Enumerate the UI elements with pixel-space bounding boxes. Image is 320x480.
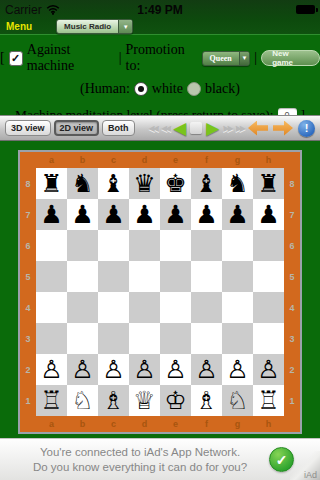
rank-label-8: 8 [20, 168, 36, 199]
ad-line-1: You're connected to iAd's App Network. [0, 445, 280, 460]
square-d3[interactable] [129, 323, 160, 354]
square-c8[interactable]: ♝ [98, 168, 129, 199]
square-e6[interactable] [160, 230, 191, 261]
square-e1[interactable]: ♔ [160, 385, 191, 416]
file-label-e: e [160, 152, 191, 168]
square-f5[interactable] [191, 261, 222, 292]
square-d4[interactable] [129, 292, 160, 323]
settings-panel: [ ✓ Against machine | Promotion to: Quee… [0, 38, 320, 123]
square-f3[interactable] [191, 323, 222, 354]
square-b3[interactable] [67, 323, 98, 354]
status-bar: Carrier 1:49 PM [0, 0, 320, 19]
black-radio[interactable] [187, 82, 201, 96]
square-c1[interactable]: ♗ [98, 385, 129, 416]
square-a3[interactable] [36, 323, 67, 354]
square-h8[interactable]: ♜ [253, 168, 284, 199]
square-d8[interactable]: ♛ [129, 168, 160, 199]
step-forward-icon[interactable]: ▶ [206, 120, 219, 137]
file-label-c: c [98, 152, 129, 168]
square-e3[interactable] [160, 323, 191, 354]
rank-label-3: 3 [284, 323, 300, 354]
square-h2[interactable]: ♙ [253, 354, 284, 385]
square-h5[interactable] [253, 261, 284, 292]
file-label-d: d [129, 416, 160, 432]
black-label: black [205, 81, 235, 97]
square-h1[interactable]: ♖ [253, 385, 284, 416]
iad-logo: iAd [304, 470, 317, 480]
square-g2[interactable]: ♙ [222, 354, 253, 385]
square-b7[interactable]: ♟ [67, 199, 98, 230]
file-label-a: a [36, 416, 67, 432]
undo-arrow-icon[interactable] [248, 121, 268, 136]
check-icon: ✓ [11, 53, 20, 64]
square-f7[interactable]: ♟ [191, 199, 222, 230]
square-h4[interactable] [253, 292, 284, 323]
white-radio[interactable] [134, 82, 148, 96]
square-g4[interactable] [222, 292, 253, 323]
file-label-h: h [253, 152, 284, 168]
black-label-group: black) [205, 81, 240, 97]
square-g7[interactable]: ♟ [222, 199, 253, 230]
machine-settings-row: [ ✓ Against machine | Promotion to: Quee… [0, 42, 320, 74]
square-a1[interactable]: ♖ [36, 385, 67, 416]
board-frame-corner [20, 152, 36, 168]
rank-label-7: 7 [284, 199, 300, 230]
view-both-button[interactable]: Both [102, 120, 135, 136]
rank-label-8: 8 [284, 168, 300, 199]
open-bracket: [ [0, 50, 5, 66]
rank-label-6: 6 [284, 230, 300, 261]
square-b2[interactable]: ♙ [67, 354, 98, 385]
promotion-select[interactable]: Queen ▼ [202, 51, 251, 66]
square-d7[interactable]: ♟ [129, 199, 160, 230]
promotion-label: Promotion to: [126, 42, 198, 74]
rank-label-1: 1 [20, 385, 36, 416]
rank-label-2: 2 [284, 354, 300, 385]
square-e4[interactable] [160, 292, 191, 323]
music-radio-value: Music Radio [57, 20, 118, 33]
file-label-a: a [36, 152, 67, 168]
white-label: white [152, 81, 183, 97]
rank-label-3: 3 [20, 323, 36, 354]
square-g5[interactable] [222, 261, 253, 292]
square-f1[interactable]: ♗ [191, 385, 222, 416]
square-h3[interactable] [253, 323, 284, 354]
against-machine-checkbox[interactable]: ✓ [9, 51, 23, 66]
stop-icon[interactable] [190, 122, 202, 134]
square-d5[interactable] [129, 261, 160, 292]
square-b6[interactable] [67, 230, 98, 261]
square-g1[interactable]: ♘ [222, 385, 253, 416]
square-f2[interactable]: ♙ [191, 354, 222, 385]
human-color-row: (Human: white black) [0, 81, 320, 97]
square-h6[interactable] [253, 230, 284, 261]
square-c2[interactable]: ♙ [98, 354, 129, 385]
human-label: (Human: [80, 81, 130, 97]
against-machine-label: Against machine [27, 42, 115, 74]
square-a6[interactable] [36, 230, 67, 261]
rank-label-4: 4 [284, 292, 300, 323]
ad-text: You're connected to iAd's App Network. D… [0, 445, 280, 475]
board-frame-corner [284, 152, 300, 168]
square-c4[interactable] [98, 292, 129, 323]
rank-label-1: 1 [284, 385, 300, 416]
square-g6[interactable] [222, 230, 253, 261]
square-f6[interactable] [191, 230, 222, 261]
rank-label-4: 4 [20, 292, 36, 323]
square-e8[interactable]: ♚ [160, 168, 191, 199]
promotion-value: Queen [203, 52, 239, 65]
square-g3[interactable] [222, 323, 253, 354]
square-b4[interactable] [67, 292, 98, 323]
chess-app-screen: Carrier 1:49 PM Menu Music Radio ▼ [ ✓ A… [0, 0, 320, 480]
view-3d-button[interactable]: 3D view [5, 120, 51, 136]
square-c6[interactable] [98, 230, 129, 261]
file-label-g: g [222, 416, 253, 432]
square-c5[interactable] [98, 261, 129, 292]
rank-label-7: 7 [20, 199, 36, 230]
square-a8[interactable]: ♜ [36, 168, 67, 199]
chevron-down-icon: ▼ [239, 52, 250, 65]
separator: | [254, 50, 257, 66]
music-radio-select[interactable]: Music Radio ▼ [56, 19, 133, 34]
square-c3[interactable] [98, 323, 129, 354]
last-move-icon[interactable]: ▶▶ [236, 124, 244, 133]
rank-label-5: 5 [284, 261, 300, 292]
square-a7[interactable]: ♟ [36, 199, 67, 230]
file-label-e: e [160, 416, 191, 432]
file-label-f: f [191, 416, 222, 432]
step-back-icon[interactable]: ◀ [173, 120, 186, 137]
file-label-b: b [67, 416, 98, 432]
chevron-down-icon: ▼ [118, 20, 132, 33]
square-b8[interactable]: ♞ [67, 168, 98, 199]
board-frame-corner [284, 416, 300, 432]
file-label-h: h [253, 416, 284, 432]
square-h7[interactable]: ♟ [253, 199, 284, 230]
square-d2[interactable]: ♙ [129, 354, 160, 385]
file-label-g: g [222, 152, 253, 168]
square-f8[interactable]: ♝ [191, 168, 222, 199]
square-a5[interactable] [36, 261, 67, 292]
square-f4[interactable] [191, 292, 222, 323]
info-icon[interactable]: ! [298, 120, 315, 137]
view-2d-button[interactable]: 2D view [54, 120, 100, 136]
rank-label-6: 6 [20, 230, 36, 261]
view-toolbar: 3D view 2D view Both ◀◀ ◀◀ ◀ ▶ ▶▶ ▶▶ ! [0, 115, 320, 141]
square-d6[interactable] [129, 230, 160, 261]
square-e2[interactable]: ♙ [160, 354, 191, 385]
undo-redo-group: ! [248, 120, 315, 137]
rank-label-5: 5 [20, 261, 36, 292]
ad-line-2: Do you know everything it can do for you… [0, 460, 280, 475]
square-a4[interactable] [36, 292, 67, 323]
square-e5[interactable] [160, 261, 191, 292]
square-d1[interactable]: ♕ [129, 385, 160, 416]
clock: 1:49 PM [0, 3, 320, 17]
board-frame-corner [20, 416, 36, 432]
square-a2[interactable]: ♙ [36, 354, 67, 385]
square-b1[interactable]: ♘ [67, 385, 98, 416]
new-game-button[interactable]: New game [261, 50, 320, 66]
move-playback-group: ◀◀ ◀◀ ◀ ▶ ▶▶ ▶▶ [149, 120, 244, 137]
square-c7[interactable]: ♟ [98, 199, 129, 230]
rank-label-2: 2 [20, 354, 36, 385]
fast-forward-icon[interactable]: ▶▶ [223, 124, 231, 133]
chess-board: abcdefgh8♜♞♝♛♚♝♞♜87♟♟♟♟♟♟♟♟7665544332♙♙♙… [18, 150, 302, 434]
file-label-f: f [191, 152, 222, 168]
close-paren: ) [235, 81, 240, 97]
square-g8[interactable]: ♞ [222, 168, 253, 199]
header: Carrier 1:49 PM Menu Music Radio ▼ [0, 0, 320, 35]
battery-icon [296, 5, 315, 14]
file-label-b: b [67, 152, 98, 168]
ad-banner[interactable]: You're connected to iAd's App Network. D… [0, 438, 320, 480]
square-b5[interactable] [67, 261, 98, 292]
square-e7[interactable]: ♟ [160, 199, 191, 230]
file-label-c: c [98, 416, 129, 432]
rewind-icon[interactable]: ◀◀ [161, 124, 169, 133]
redo-arrow-icon[interactable] [273, 121, 293, 136]
separator: | [119, 50, 122, 66]
file-label-d: d [129, 152, 160, 168]
menu-button[interactable]: Menu [6, 21, 32, 32]
first-move-icon[interactable]: ◀◀ [149, 124, 157, 133]
menu-row: Menu Music Radio ▼ [0, 19, 320, 34]
view-button-group: 3D view 2D view Both [5, 120, 135, 136]
